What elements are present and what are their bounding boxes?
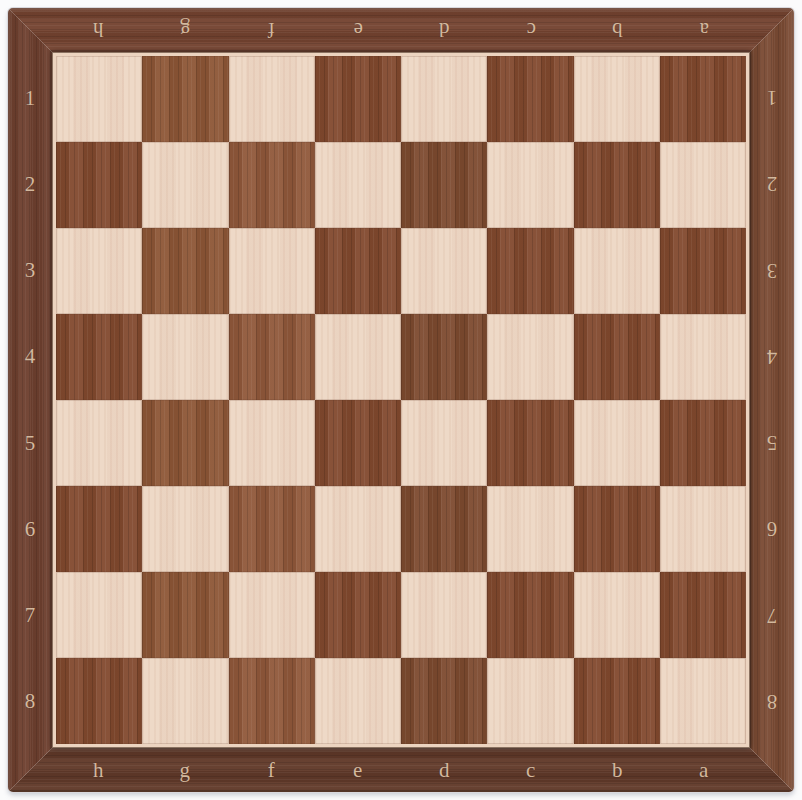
square-f2[interactable] xyxy=(229,142,315,228)
square-d8[interactable] xyxy=(401,658,487,744)
square-c8[interactable] xyxy=(487,658,573,744)
square-a2[interactable] xyxy=(660,142,746,228)
square-f5[interactable] xyxy=(229,400,315,486)
rank-label-6: 6 xyxy=(8,486,52,572)
file-label-e: e xyxy=(315,8,402,52)
file-label-d: d xyxy=(401,748,488,792)
square-c1[interactable] xyxy=(487,56,573,142)
square-c3[interactable] xyxy=(487,228,573,314)
rank-label-2: 2 xyxy=(8,141,52,227)
square-d7[interactable] xyxy=(401,572,487,658)
rank-label-3: 3 xyxy=(750,228,794,314)
file-label-g: g xyxy=(142,748,229,792)
rank-label-5: 5 xyxy=(750,400,794,486)
file-label-c: c xyxy=(488,748,575,792)
square-e6[interactable] xyxy=(315,486,401,572)
square-e2[interactable] xyxy=(315,142,401,228)
square-g4[interactable] xyxy=(142,314,228,400)
square-b3[interactable] xyxy=(574,228,660,314)
square-e5[interactable] xyxy=(315,400,401,486)
file-label-h: h xyxy=(55,748,142,792)
square-a3[interactable] xyxy=(660,228,746,314)
file-label-c: c xyxy=(488,8,575,52)
file-label-d: d xyxy=(401,8,488,52)
square-a4[interactable] xyxy=(660,314,746,400)
chess-board: hgfedcba hgfedcba 12345678 12345678 xyxy=(8,8,794,792)
file-label-a: a xyxy=(661,748,748,792)
square-h7[interactable] xyxy=(56,572,142,658)
file-labels-top: hgfedcba xyxy=(55,8,747,52)
square-h1[interactable] xyxy=(56,56,142,142)
square-a8[interactable] xyxy=(660,658,746,744)
square-b6[interactable] xyxy=(574,486,660,572)
square-c2[interactable] xyxy=(487,142,573,228)
square-d2[interactable] xyxy=(401,142,487,228)
file-label-f: f xyxy=(228,748,315,792)
square-h5[interactable] xyxy=(56,400,142,486)
rank-label-1: 1 xyxy=(8,55,52,141)
square-a7[interactable] xyxy=(660,572,746,658)
square-h3[interactable] xyxy=(56,228,142,314)
rank-label-5: 5 xyxy=(8,400,52,486)
square-g7[interactable] xyxy=(142,572,228,658)
square-b2[interactable] xyxy=(574,142,660,228)
rank-labels-left: 12345678 xyxy=(8,55,52,745)
square-a1[interactable] xyxy=(660,56,746,142)
rank-label-4: 4 xyxy=(8,314,52,400)
square-e7[interactable] xyxy=(315,572,401,658)
square-e1[interactable] xyxy=(315,56,401,142)
squares-grid xyxy=(56,56,746,744)
file-label-g: g xyxy=(142,8,229,52)
square-g1[interactable] xyxy=(142,56,228,142)
square-c4[interactable] xyxy=(487,314,573,400)
square-g2[interactable] xyxy=(142,142,228,228)
square-b7[interactable] xyxy=(574,572,660,658)
square-b1[interactable] xyxy=(574,56,660,142)
square-d1[interactable] xyxy=(401,56,487,142)
file-label-b: b xyxy=(574,748,661,792)
square-h4[interactable] xyxy=(56,314,142,400)
file-label-f: f xyxy=(228,8,315,52)
square-f4[interactable] xyxy=(229,314,315,400)
square-g8[interactable] xyxy=(142,658,228,744)
square-f7[interactable] xyxy=(229,572,315,658)
square-d3[interactable] xyxy=(401,228,487,314)
square-b8[interactable] xyxy=(574,658,660,744)
square-f3[interactable] xyxy=(229,228,315,314)
rank-label-3: 3 xyxy=(8,228,52,314)
square-h2[interactable] xyxy=(56,142,142,228)
file-labels-bottom: hgfedcba xyxy=(55,748,747,792)
square-e4[interactable] xyxy=(315,314,401,400)
square-c5[interactable] xyxy=(487,400,573,486)
rank-label-1: 1 xyxy=(750,55,794,141)
rank-label-8: 8 xyxy=(8,659,52,745)
file-label-e: e xyxy=(315,748,402,792)
playing-field xyxy=(52,52,750,748)
square-g5[interactable] xyxy=(142,400,228,486)
square-g6[interactable] xyxy=(142,486,228,572)
square-e3[interactable] xyxy=(315,228,401,314)
file-label-a: a xyxy=(661,8,748,52)
rank-label-7: 7 xyxy=(8,573,52,659)
square-a6[interactable] xyxy=(660,486,746,572)
square-f6[interactable] xyxy=(229,486,315,572)
rank-label-4: 4 xyxy=(750,314,794,400)
square-d5[interactable] xyxy=(401,400,487,486)
square-b4[interactable] xyxy=(574,314,660,400)
square-h6[interactable] xyxy=(56,486,142,572)
square-d6[interactable] xyxy=(401,486,487,572)
square-c7[interactable] xyxy=(487,572,573,658)
square-d4[interactable] xyxy=(401,314,487,400)
square-a5[interactable] xyxy=(660,400,746,486)
rank-label-7: 7 xyxy=(750,573,794,659)
file-label-h: h xyxy=(55,8,142,52)
square-b5[interactable] xyxy=(574,400,660,486)
square-f8[interactable] xyxy=(229,658,315,744)
rank-label-8: 8 xyxy=(750,659,794,745)
square-f1[interactable] xyxy=(229,56,315,142)
square-h8[interactable] xyxy=(56,658,142,744)
rank-label-2: 2 xyxy=(750,141,794,227)
file-label-b: b xyxy=(574,8,661,52)
rank-labels-right: 12345678 xyxy=(750,55,794,745)
square-g3[interactable] xyxy=(142,228,228,314)
rank-label-6: 6 xyxy=(750,486,794,572)
square-c6[interactable] xyxy=(487,486,573,572)
square-e8[interactable] xyxy=(315,658,401,744)
